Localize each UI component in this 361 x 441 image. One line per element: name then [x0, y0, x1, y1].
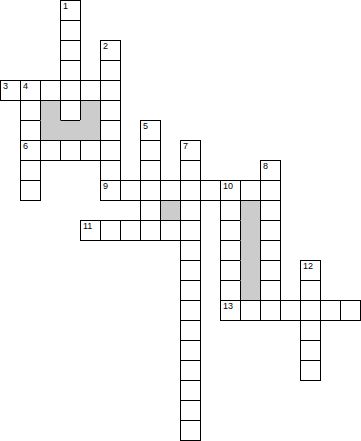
cell-r7c9[interactable]: 7 — [180, 140, 201, 161]
cell-r9c13[interactable] — [260, 180, 281, 201]
cell-r6c2-shaded[interactable] — [40, 120, 61, 141]
clue-number-12: 12 — [303, 261, 313, 271]
cell-r6c4-shaded[interactable] — [80, 120, 101, 141]
cell-r2c5[interactable]: 2 — [100, 40, 121, 61]
cell-r6c1[interactable] — [20, 120, 41, 141]
cell-r4c5[interactable] — [100, 80, 121, 101]
cell-r8c1[interactable] — [20, 160, 41, 181]
cell-r14c12-shaded[interactable] — [240, 280, 261, 301]
cell-r11c12-shaded[interactable] — [240, 220, 261, 241]
cell-r18c9[interactable] — [180, 360, 201, 381]
cell-r8c5[interactable] — [100, 160, 121, 181]
cell-r15c15[interactable] — [300, 300, 321, 321]
clue-number-9: 9 — [103, 181, 108, 191]
cell-r15c14[interactable] — [280, 300, 301, 321]
cell-r9c1[interactable] — [20, 180, 41, 201]
cell-r13c15[interactable]: 12 — [300, 260, 321, 281]
cell-r5c2-shaded[interactable] — [40, 100, 61, 121]
cell-r4c2[interactable] — [40, 80, 61, 101]
cell-r7c1[interactable]: 6 — [20, 140, 41, 161]
cell-r10c7[interactable] — [140, 200, 161, 221]
cell-r15c17[interactable] — [340, 300, 361, 321]
cell-r14c11[interactable] — [220, 280, 241, 301]
cell-r15c9[interactable] — [180, 300, 201, 321]
cell-r9c6[interactable] — [120, 180, 141, 201]
cell-r11c8[interactable] — [160, 220, 181, 241]
cell-r10c13[interactable] — [260, 200, 281, 221]
cell-r2c3[interactable] — [60, 40, 81, 61]
cell-r3c3[interactable] — [60, 60, 81, 81]
crossword-board: 12345678910111213 — [0, 0, 361, 441]
cell-r12c11[interactable] — [220, 240, 241, 261]
cell-r14c13[interactable] — [260, 280, 281, 301]
cell-r9c10[interactable] — [200, 180, 221, 201]
cell-r11c4[interactable]: 11 — [80, 220, 101, 241]
cell-r6c3-shaded[interactable] — [60, 120, 81, 141]
cell-r13c12-shaded[interactable] — [240, 260, 261, 281]
cell-r9c8[interactable] — [160, 180, 181, 201]
cell-r12c12-shaded[interactable] — [240, 240, 261, 261]
cell-r7c3[interactable] — [60, 140, 81, 161]
cell-r15c12[interactable] — [240, 300, 261, 321]
clue-number-6: 6 — [23, 141, 28, 151]
cell-r7c7[interactable] — [140, 140, 161, 161]
cell-r9c9[interactable] — [180, 180, 201, 201]
cell-r4c0[interactable]: 3 — [0, 80, 21, 101]
cell-r9c5[interactable]: 9 — [100, 180, 121, 201]
cell-r5c3[interactable] — [60, 100, 81, 121]
cell-r5c4-shaded[interactable] — [80, 100, 101, 121]
clue-number-7: 7 — [183, 141, 188, 151]
cell-r20c9[interactable] — [180, 400, 201, 421]
clue-number-5: 5 — [143, 121, 148, 131]
cell-r10c12-shaded[interactable] — [240, 200, 261, 221]
cell-r6c5[interactable] — [100, 120, 121, 141]
clue-number-13: 13 — [223, 301, 233, 311]
cell-r4c4[interactable] — [80, 80, 101, 101]
cell-r6c7[interactable]: 5 — [140, 120, 161, 141]
cell-r10c11[interactable] — [220, 200, 241, 221]
cell-r11c11[interactable] — [220, 220, 241, 241]
cell-r12c9[interactable] — [180, 240, 201, 261]
cell-r15c13[interactable] — [260, 300, 281, 321]
cell-r11c7[interactable] — [140, 220, 161, 241]
cell-r0c3[interactable]: 1 — [60, 0, 81, 21]
cell-r18c15[interactable] — [300, 360, 321, 381]
cell-r10c9[interactable] — [180, 200, 201, 221]
cell-r17c15[interactable] — [300, 340, 321, 361]
cell-r3c5[interactable] — [100, 60, 121, 81]
clue-number-8: 8 — [263, 161, 268, 171]
clue-number-11: 11 — [83, 221, 92, 231]
clue-number-10: 10 — [223, 181, 233, 191]
clue-number-3: 3 — [3, 81, 8, 91]
cell-r12c13[interactable] — [260, 240, 281, 261]
cell-r14c15[interactable] — [300, 280, 321, 301]
cell-r11c13[interactable] — [260, 220, 281, 241]
cell-r11c9[interactable] — [180, 220, 201, 241]
cell-r11c5[interactable] — [100, 220, 121, 241]
cell-r8c7[interactable] — [140, 160, 161, 181]
cell-r8c9[interactable] — [180, 160, 201, 181]
cell-r21c9[interactable] — [180, 420, 201, 441]
cell-r13c9[interactable] — [180, 260, 201, 281]
cell-r5c1[interactable] — [20, 100, 41, 121]
cell-r5c5[interactable] — [100, 100, 121, 121]
cell-r1c3[interactable] — [60, 20, 81, 41]
cell-r19c9[interactable] — [180, 380, 201, 401]
cell-r15c16[interactable] — [320, 300, 341, 321]
cell-r4c1[interactable]: 4 — [20, 80, 41, 101]
cell-r7c4[interactable] — [80, 140, 101, 161]
clue-number-4: 4 — [23, 81, 28, 91]
cell-r7c5[interactable] — [100, 140, 121, 161]
cell-r4c3[interactable] — [60, 80, 81, 101]
cell-r8c13[interactable]: 8 — [260, 160, 281, 181]
cell-r16c15[interactable] — [300, 320, 321, 341]
cell-r9c7[interactable] — [140, 180, 161, 201]
cell-r11c6[interactable] — [120, 220, 141, 241]
cell-r13c11[interactable] — [220, 260, 241, 281]
cell-r9c12[interactable] — [240, 180, 261, 201]
clue-number-2: 2 — [103, 41, 108, 51]
clue-number-1: 1 — [63, 1, 68, 11]
cell-r14c9[interactable] — [180, 280, 201, 301]
cell-r7c2[interactable] — [40, 140, 61, 161]
cell-r15c11[interactable]: 13 — [220, 300, 241, 321]
cell-r13c13[interactable] — [260, 260, 281, 281]
cell-r16c9[interactable] — [180, 320, 201, 341]
cell-r10c8-shaded[interactable] — [160, 200, 181, 221]
cell-r9c11[interactable]: 10 — [220, 180, 241, 201]
cell-r17c9[interactable] — [180, 340, 201, 361]
